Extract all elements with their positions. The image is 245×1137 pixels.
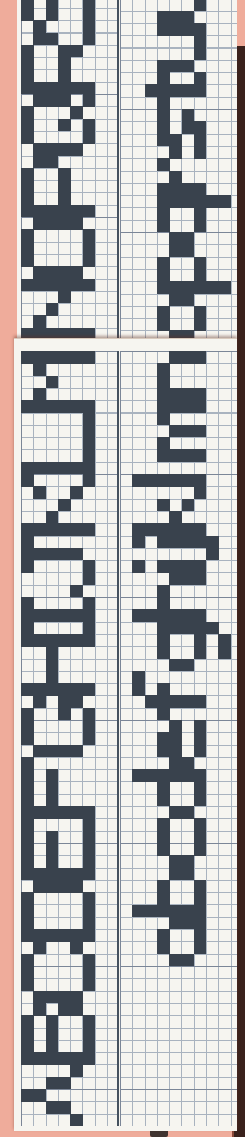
stitch-cell-I [21,622,34,635]
stitch-cell-q [169,232,182,245]
stitch-cell-B [33,1003,46,1016]
stitch-cell-R [70,82,83,95]
stitch-cell-o [169,294,182,307]
stitch-cell-L [21,462,34,475]
stitch-cell-D [70,880,83,893]
stitch-cell-m [157,449,170,462]
stitch-cell-j [206,548,219,561]
stitch-cell-P [58,192,71,205]
stitch-cell-D [83,917,96,930]
stitch-cell-K [58,523,71,536]
stitch-cell-v [169,11,182,24]
stitch-cell-o [157,306,170,319]
pattern-strip-top [17,0,237,346]
stitch-cell-P [33,205,46,218]
stitch-cell-m [169,425,182,438]
stitch-cell-f [157,695,170,708]
stitch-cell-E [46,868,59,881]
stitch-cell-O [70,266,83,279]
stitch-cell-g [194,622,207,635]
stitch-cell-c [182,855,195,868]
stitch-cell-O [83,229,96,242]
stitch-cell-R [33,82,46,95]
stitch-cell-M [70,351,83,364]
stitch-cell-i [194,560,207,573]
stitch-cell-c [194,818,207,831]
stitch-cell-B [21,1052,34,1065]
stitch-cell-t [194,84,207,97]
stitch-cell-R [58,69,71,82]
stitch-cell-r [169,183,182,196]
stitch-cell-H [46,659,59,672]
stitch-cell-l [157,474,170,487]
stitch-cell-R [83,33,96,46]
stitch-cell-K [70,486,83,499]
stitch-cell-H [21,683,34,696]
stitch-cell-p [194,257,207,270]
stitch-cell-E [21,831,34,844]
stitch-cell-A [33,1089,46,1102]
stitch-cell-n [157,388,170,401]
stitch-cell-m [182,449,195,462]
stitch-cell-L [83,449,96,462]
stitch-cell-J [83,572,96,585]
stitch-cell-H [83,634,96,647]
stitch-cell-N [21,279,34,292]
stitch-cell-d [132,769,145,782]
stitch-cell-q [218,195,231,208]
stitch-cell-L [83,437,96,450]
stitch-cell-L [70,462,83,475]
stitch-cell-j [194,536,207,549]
stitch-cell-e [194,732,207,745]
stitch-cell-I [58,609,71,622]
stitch-cell-m [157,400,170,413]
stitch-cell-D [58,880,71,893]
stitch-cell-D [83,905,96,918]
stitch-cell-M [33,351,46,364]
stitch-cell-O [46,266,59,279]
stitch-cell-k [157,523,170,536]
stitch-cell-O [58,266,71,279]
stitch-cell-K [21,523,34,536]
stitch-cell-F [46,782,59,795]
stitch-cell-B [46,1015,59,1028]
stitch-cell-g [157,646,170,659]
stitch-cell-b [145,905,158,918]
stitch-cell-h [194,572,207,585]
stitch-cell-r [157,183,170,196]
stitch-cell-b [182,868,195,881]
stitch-cell-B [83,1040,96,1053]
stitch-cell-n [157,363,170,376]
stitch-cell-M [46,351,59,364]
stitch-cell-E [83,855,96,868]
stitch-cell-f [182,695,195,708]
stitch-cell-H [70,634,83,647]
stitch-cell-k [194,486,207,499]
stitch-cell-E [83,843,96,856]
stitch-cell-j [206,536,219,549]
stitch-cell-t [194,72,207,85]
stitch-cell-p [157,269,170,282]
stitch-cell-d [194,794,207,807]
stitch-cell-s [182,109,195,122]
stitch-cell-q [182,232,195,245]
stitch-cell-a [194,917,207,930]
stitch-cell-D [21,929,34,942]
stitch-cell-e [157,732,170,745]
stitch-cell-q [169,195,182,208]
grid-panel-upper-N-S [21,0,119,346]
photo-background [0,0,245,1137]
stitch-cell-h [169,572,182,585]
stitch-cell-G [83,720,96,733]
stitch-cell-A [58,1077,71,1090]
stitch-cell-m [169,449,182,462]
stitch-cell-Q [83,119,96,132]
stitch-cell-P [58,168,71,181]
stitch-cell-p [206,281,219,294]
stitch-cell-R [46,82,59,95]
stitch-cell-N [83,279,96,292]
stitch-cell-b [194,905,207,918]
stitch-cell-f [132,671,145,684]
stitch-cell-n [169,388,182,401]
stitch-cell-h [157,609,170,622]
stitch-cell-m [157,437,170,450]
stitch-cell-P [58,205,71,218]
stitch-cell-E [46,855,59,868]
stitch-cell-M [33,400,46,413]
stitch-cell-E [46,831,59,844]
stitch-cell-k [182,499,195,512]
stitch-cell-I [33,609,46,622]
stitch-cell-S [83,20,96,33]
stitch-cell-R [21,57,34,70]
stitch-cell-b [182,905,195,918]
stitch-cell-C [21,978,34,991]
stitch-cell-R [58,45,71,58]
stitch-cell-j [132,536,145,549]
stitch-cell-q [157,220,170,233]
stitch-cell-B [83,1052,96,1065]
stitch-cell-j [157,536,170,549]
stitch-cell-G [21,708,34,721]
stitch-cell-m [157,413,170,426]
stitch-cell-P [21,192,34,205]
stitch-cell-K [46,523,59,536]
stitch-cell-g [182,622,195,635]
stitch-cell-F [70,806,83,819]
stitch-cell-G [21,732,34,745]
stitch-cell-Q [58,119,71,132]
stitch-cell-i [157,560,170,573]
stitch-cell-p [182,244,195,257]
stitch-cell-K [33,486,46,499]
stitch-cell-O [21,229,34,242]
stitch-cell-d [194,769,207,782]
stitch-cell-g [218,646,231,659]
stitch-cell-l [194,474,207,487]
stitch-cell-O [70,217,83,230]
stitch-cell-A [46,1077,59,1090]
stitch-cell-a [194,941,207,954]
stitch-cell-N [46,303,59,316]
stitch-cell-O [83,242,96,255]
stitch-cell-N [33,315,46,328]
stitch-cell-n [194,351,207,364]
stitch-cell-k [169,511,182,524]
stitch-cell-D [21,892,34,905]
stitch-cell-M [46,400,59,413]
stitch-cell-B [46,1040,59,1053]
stitch-cell-Q [21,119,34,132]
stitch-cell-g [218,634,231,647]
stitch-cell-O [83,254,96,267]
stitch-cell-B [70,1052,83,1065]
stitch-cell-S [21,8,34,21]
stitch-cell-F [46,769,59,782]
stitch-cell-P [58,180,71,193]
stitch-cell-E [33,868,46,881]
stitch-cell-I [83,609,96,622]
stitch-cell-C [83,978,96,991]
pattern-strip-bottom [14,338,237,1131]
stitch-cell-c [169,855,182,868]
stitch-cell-m [182,425,195,438]
stitch-cell-J [70,585,83,598]
stitch-cell-R [83,82,96,95]
stitch-cell-H [46,646,59,659]
stitch-cell-t [157,97,170,110]
stitch-cell-G [58,708,71,721]
stitch-cell-P [21,168,34,181]
stitch-cell-Q [58,143,71,156]
stitch-cell-F [46,794,59,807]
stitch-cell-M [70,400,83,413]
stitch-cell-F [21,782,34,795]
stitch-cell-p [194,269,207,282]
stitch-cell-O [46,217,59,230]
stitch-cell-c [194,831,207,844]
stitch-cell-A [46,1101,59,1114]
stitch-cell-F [46,806,59,819]
stitch-cell-I [83,597,96,610]
stitch-cell-Q [46,143,59,156]
stitch-cell-e [169,757,182,770]
stitch-cell-u [157,23,170,36]
stitch-cell-n [182,351,195,364]
stitch-cell-O [21,242,34,255]
stitch-cell-F [21,757,34,770]
stitch-cell-f [145,695,158,708]
stitch-cell-C [33,991,46,1004]
stitch-cell-R [70,45,83,58]
stitch-cell-G [70,695,83,708]
stitch-cell-H [46,634,59,647]
stitch-cell-D [46,929,59,942]
stitch-cell-e [169,720,182,733]
stitch-cell-a [194,929,207,942]
stitch-cell-c [157,831,170,844]
stitch-cell-b [169,868,182,881]
stitch-cell-q [194,195,207,208]
stitch-grid [120,351,237,1126]
stitch-cell-u [182,60,195,73]
stitch-cell-s [194,146,207,159]
stitch-cell-B [21,1015,34,1028]
stitch-cell-r [182,183,195,196]
stitch-cell-J [21,548,34,561]
stitch-cell-b [157,905,170,918]
stitch-cell-d [182,769,195,782]
stitch-cell-M [58,351,71,364]
stitch-cell-M [33,363,46,376]
stitch-cell-J [70,548,83,561]
stitch-cell-A [58,1101,71,1114]
stitch-cell-f [169,695,182,708]
stitch-cell-k [169,523,182,536]
stitch-cell-Q [33,143,46,156]
stitch-cell-A [70,1114,83,1126]
stitch-cell-I [83,622,96,635]
stitch-cell-F [21,806,34,819]
stitch-cell-Q [83,94,96,107]
stitch-cell-B [58,1052,71,1065]
stitch-cell-Q [83,131,96,144]
stitch-cell-f [157,708,170,721]
stitch-cell-g [157,634,170,647]
stitch-cell-a [182,917,195,930]
stitch-cell-Q [70,106,83,119]
stitch-cell-C [70,941,83,954]
stitch-cell-s [157,109,170,122]
stitch-cell-G [33,695,46,708]
stitch-cell-h [182,572,195,585]
stitch-cell-q [157,207,170,220]
stitch-cell-h [157,597,170,610]
stitch-cell-B [21,1028,34,1041]
stitch-cell-o [194,306,207,319]
stitch-cell-O [58,217,71,230]
stitch-cell-H [70,683,83,696]
stitch-cell-d [169,769,182,782]
stitch-cell-C [21,954,34,967]
stitch-cell-B [33,1052,46,1065]
stitch-grid [21,0,117,346]
stitch-cell-L [33,462,46,475]
stitch-cell-E [70,868,83,881]
stitch-cell-u [194,35,207,48]
stitch-cell-h [169,609,182,622]
stitch-cell-g [169,622,182,635]
stitch-cell-D [58,929,71,942]
stitch-cell-q [194,207,207,220]
stitch-cell-R [33,33,46,46]
stitch-cell-p [169,281,182,294]
stitch-cell-e [182,757,195,770]
stitch-cell-N [46,279,59,292]
stitch-cell-d [169,806,182,819]
stitch-cell-s [169,134,182,147]
stitch-cell-D [46,880,59,893]
stitch-cell-B [46,1028,59,1041]
stitch-cell-b [157,892,170,905]
stitch-cell-b [132,905,145,918]
stitch-cell-R [21,69,34,82]
stitch-cell-R [46,33,59,46]
stitch-cell-D [21,905,34,918]
stitch-cell-p [218,281,231,294]
stitch-cell-M [83,351,96,364]
stitch-cell-e [194,745,207,758]
stitch-cell-D [21,917,34,930]
stitch-cell-P [46,156,59,169]
stitch-cell-Q [21,131,34,144]
stitch-cell-E [83,868,96,881]
stitch-cell-t [182,84,195,97]
stitch-cell-n [169,351,182,364]
stitch-cell-L [58,462,71,475]
stitch-cell-e [157,745,170,758]
stitch-cell-P [83,205,96,218]
stitch-cell-P [46,205,59,218]
stitch-cell-G [46,745,59,758]
stitch-cell-e [169,745,182,758]
stitch-cell-H [46,671,59,684]
stitch-cell-J [58,548,71,561]
stitch-cell-k [157,499,170,512]
stitch-cell-h [157,585,170,598]
stitch-cell-R [58,82,71,95]
stitch-cell-h [132,609,145,622]
stitch-cell-J [83,560,96,573]
stitch-cell-g [194,646,207,659]
stitch-cell-N [58,291,71,304]
stitch-cell-g [182,659,195,672]
grid-panel-lower-a-n [120,351,237,1126]
stitch-cell-d [157,769,170,782]
stitch-cell-a [169,954,182,967]
stitch-cell-P [70,205,83,218]
stitch-cell-u [194,48,207,61]
stitch-cell-Q [33,94,46,107]
stitch-cell-m [194,449,207,462]
stitch-cell-S [83,8,96,21]
stitch-cell-I [21,597,34,610]
stitch-cell-N [33,279,46,292]
stitch-cell-E [21,868,34,881]
stitch-cell-S [46,8,59,21]
stitch-cell-h [194,609,207,622]
stitch-cell-F [58,806,71,819]
stitch-cell-s [157,121,170,134]
stitch-cell-M [83,400,96,413]
stitch-cell-H [33,683,46,696]
stitch-cell-g [157,622,170,635]
stitch-cell-a [182,954,195,967]
stitch-cell-B [83,1015,96,1028]
stitch-cell-t [169,84,182,97]
stitch-cell-O [33,217,46,230]
stitch-cell-D [33,929,46,942]
stitch-cell-H [21,634,34,647]
stitch-cell-G [58,695,71,708]
stitch-cell-p [169,244,182,257]
stitch-cell-E [58,868,71,881]
stitch-cell-O [21,254,34,267]
